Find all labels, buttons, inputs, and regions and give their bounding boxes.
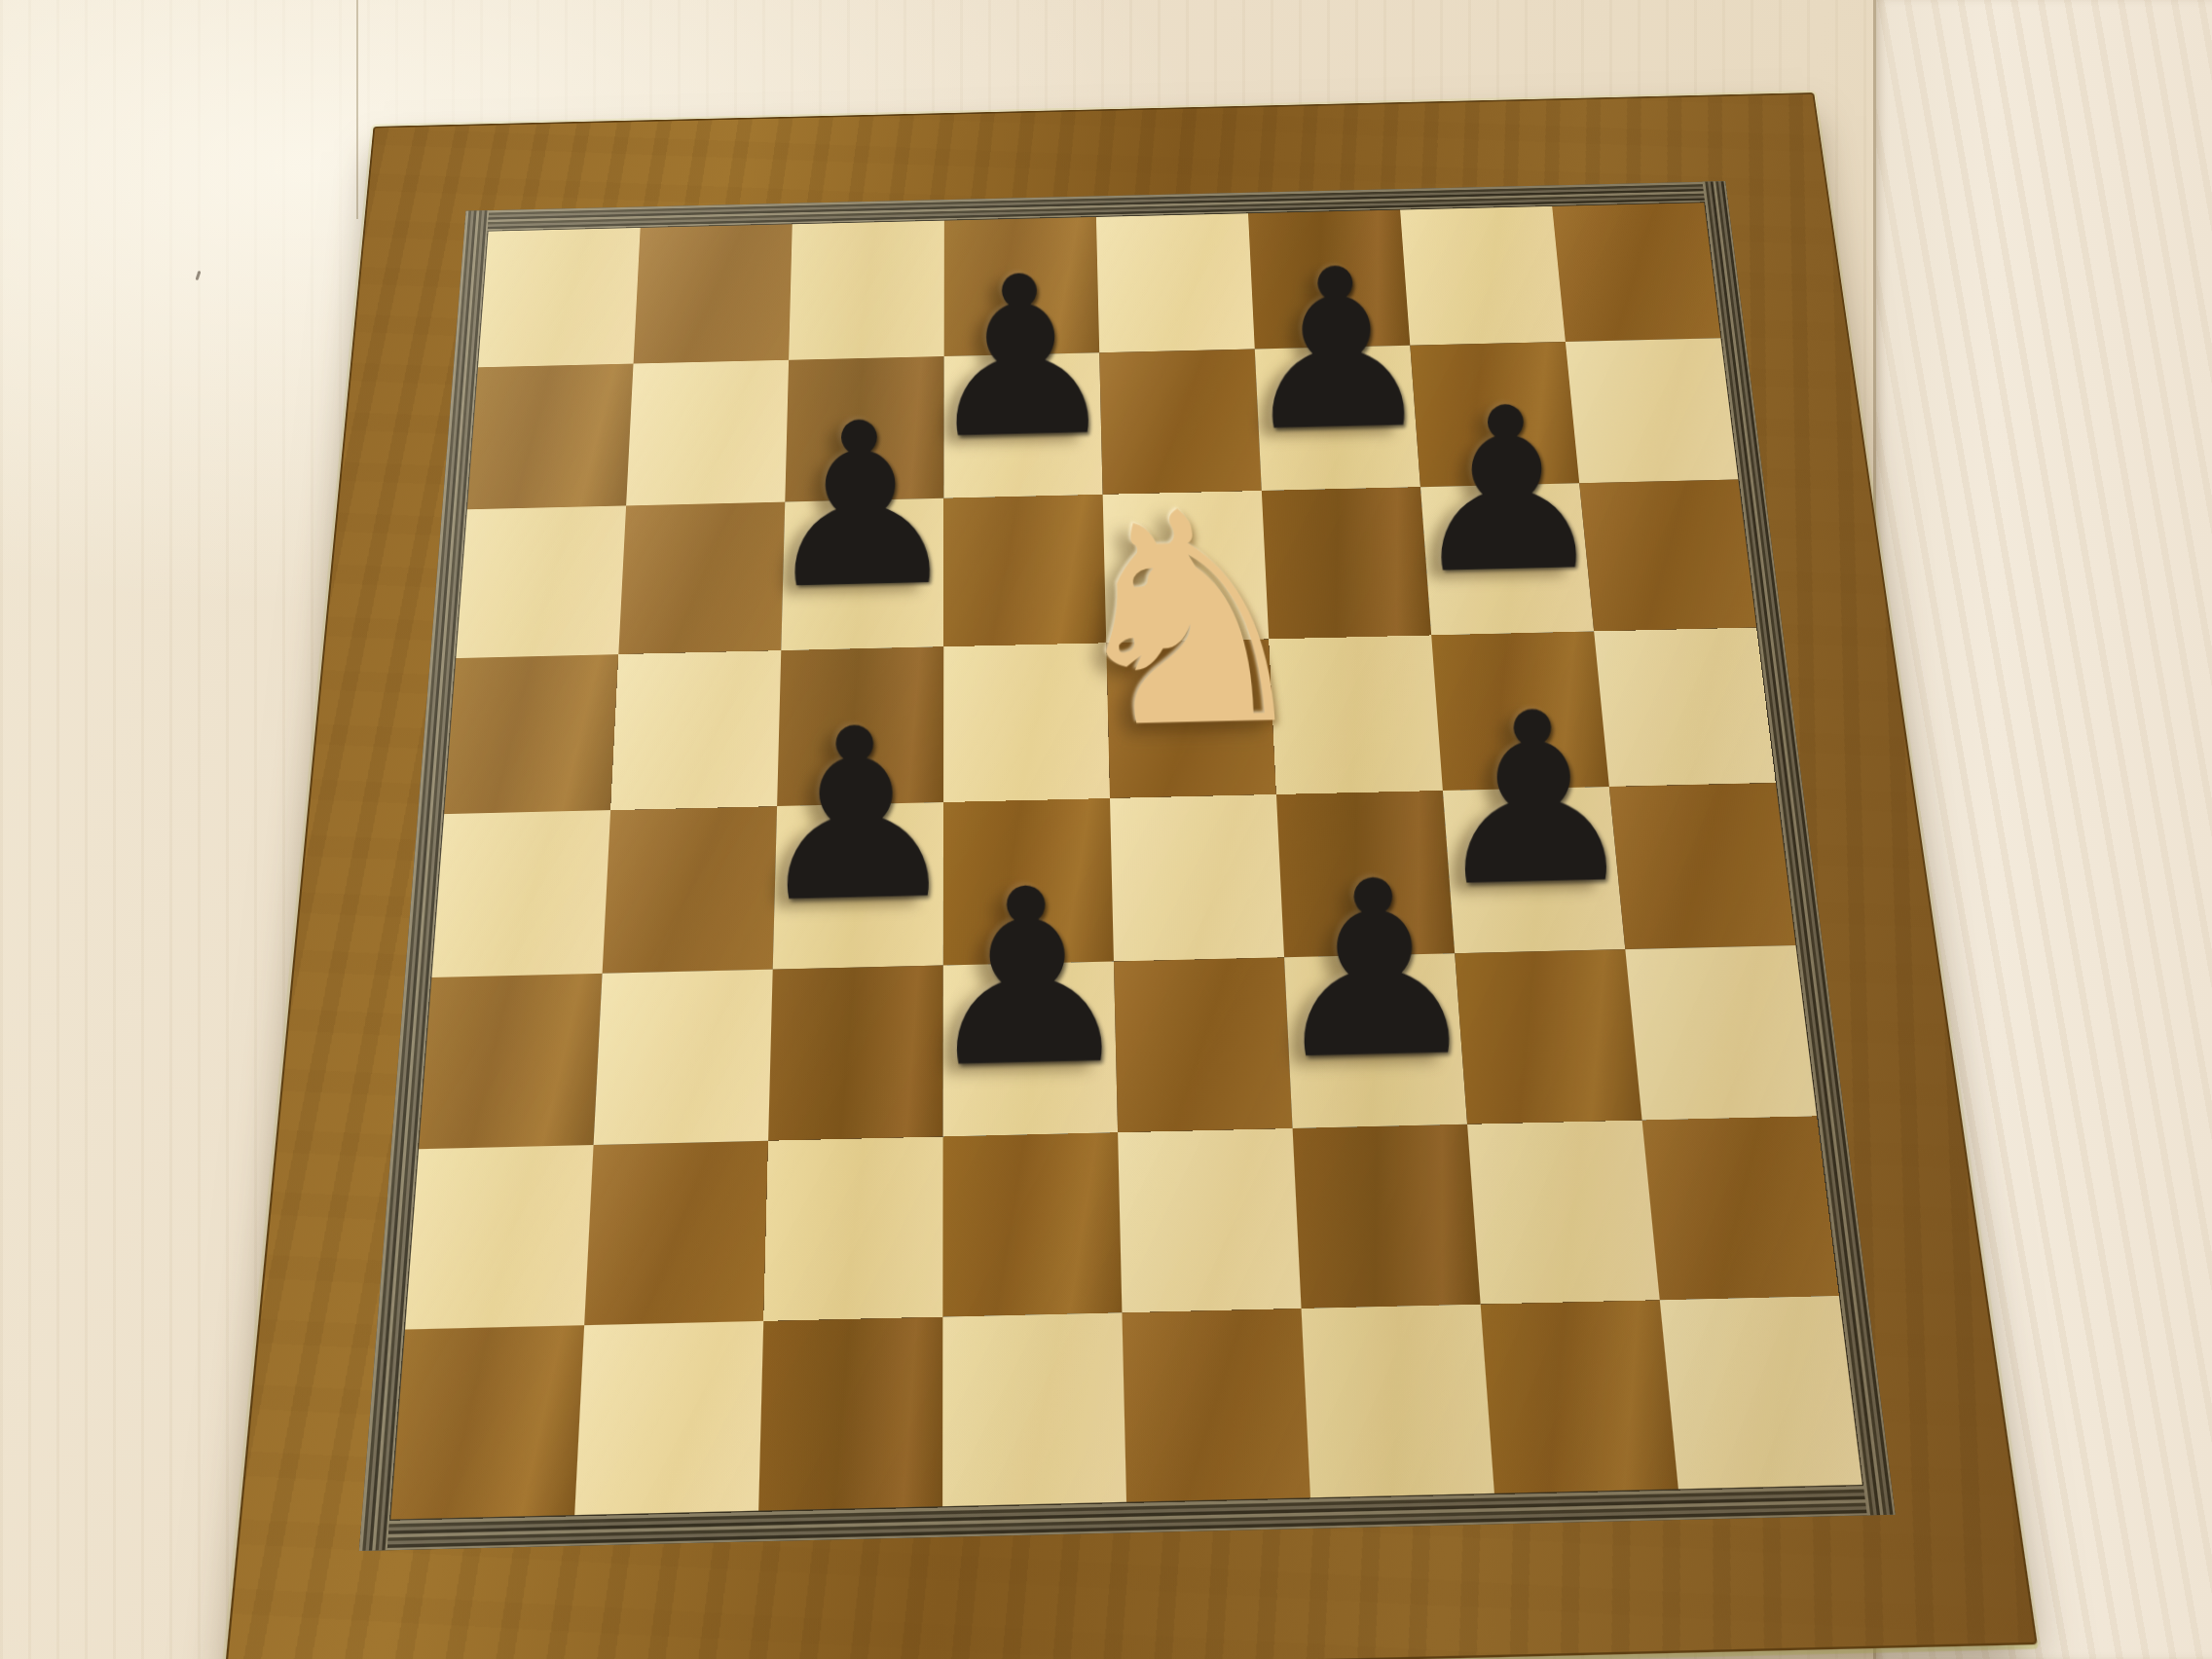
board-grid: ♟♟♟♟♞♟♟♟♟ (389, 202, 1863, 1520)
black-pawn[interactable]: ♟ (1404, 385, 1610, 596)
square-b3[interactable] (594, 970, 773, 1145)
square-b1[interactable] (574, 1321, 763, 1515)
square-a3[interactable] (419, 974, 602, 1149)
square-h8[interactable] (1552, 203, 1720, 342)
square-e3[interactable] (1114, 957, 1293, 1132)
square-h1[interactable] (1660, 1296, 1862, 1490)
board-inlay-border: ♟♟♟♟♞♟♟♟♟ (359, 181, 1896, 1551)
black-pawn[interactable]: ♟ (1264, 856, 1486, 1084)
square-e8[interactable] (1096, 213, 1255, 352)
board-frame: ♟♟♟♟♞♟♟♟♟ (223, 92, 2038, 1659)
square-e2[interactable] (1118, 1128, 1301, 1312)
square-a7[interactable] (467, 364, 634, 510)
square-b2[interactable] (584, 1141, 768, 1325)
chess-board: ♟♟♟♟♞♟♟♟♟ (288, 0, 1932, 1620)
black-pawn[interactable]: ♟ (757, 400, 964, 611)
square-h2[interactable] (1642, 1116, 1839, 1300)
square-d3[interactable]: ♟ (943, 961, 1118, 1136)
square-e1[interactable] (1122, 1309, 1310, 1502)
square-d1[interactable] (942, 1312, 1126, 1506)
square-h3[interactable] (1625, 945, 1817, 1121)
square-a8[interactable] (478, 228, 641, 367)
square-c3[interactable] (768, 966, 943, 1141)
square-g2[interactable] (1467, 1121, 1660, 1305)
square-c2[interactable] (763, 1137, 942, 1321)
square-g1[interactable] (1481, 1300, 1678, 1493)
white-knight[interactable]: ♞ (1054, 484, 1323, 758)
square-f1[interactable] (1302, 1304, 1494, 1497)
table-scratch (196, 271, 202, 280)
board-perspective: ♟♟♟♟♞♟♟♟♟ (223, 92, 2038, 1659)
square-d2[interactable] (942, 1132, 1122, 1316)
square-b8[interactable] (634, 224, 793, 363)
square-g6[interactable]: ♟ (1420, 483, 1594, 635)
square-a5[interactable] (444, 654, 618, 814)
square-f2[interactable] (1293, 1124, 1481, 1309)
square-c1[interactable] (758, 1317, 942, 1511)
black-pawn[interactable]: ♟ (916, 865, 1138, 1092)
square-e4[interactable] (1110, 794, 1284, 961)
photo-stage: ♟♟♟♟♞♟♟♟♟ (0, 0, 2212, 1659)
square-e5[interactable]: ♞ (1106, 639, 1276, 798)
square-a1[interactable] (390, 1325, 584, 1519)
square-a4[interactable] (431, 810, 610, 977)
square-c6[interactable]: ♟ (781, 498, 943, 650)
square-f3[interactable]: ♟ (1284, 953, 1467, 1128)
square-a2[interactable] (405, 1145, 594, 1330)
square-a6[interactable] (456, 505, 626, 658)
